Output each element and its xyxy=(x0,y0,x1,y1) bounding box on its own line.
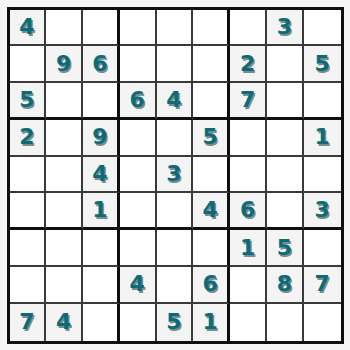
cell-r6c6: 4 xyxy=(193,193,230,230)
cell-r1c1: 4 xyxy=(10,10,47,47)
cell-r2c7: 2 xyxy=(230,46,267,83)
cell-r5c3: 4 xyxy=(83,157,120,194)
cell-r1c4[interactable] xyxy=(120,10,157,47)
cell-r3c5: 4 xyxy=(157,83,194,120)
cell-r7c8: 5 xyxy=(267,230,304,267)
cell-r5c9[interactable] xyxy=(304,157,341,194)
cell-r8c8: 8 xyxy=(267,267,304,304)
cell-r4c4[interactable] xyxy=(120,120,157,157)
cell-r5c1[interactable] xyxy=(10,157,47,194)
cell-r1c6[interactable] xyxy=(193,10,230,47)
cell-r4c6: 5 xyxy=(193,120,230,157)
cell-r8c2[interactable] xyxy=(46,267,83,304)
cell-r3c9[interactable] xyxy=(304,83,341,120)
cell-r7c1[interactable] xyxy=(10,230,47,267)
cell-r7c7: 1 xyxy=(230,230,267,267)
cell-r1c7[interactable] xyxy=(230,10,267,47)
cell-r6c7: 6 xyxy=(230,193,267,230)
cell-r3c4: 6 xyxy=(120,83,157,120)
cell-r7c4[interactable] xyxy=(120,230,157,267)
cell-r2c9: 5 xyxy=(304,46,341,83)
cell-r9c6: 1 xyxy=(193,304,230,341)
cell-r1c5[interactable] xyxy=(157,10,194,47)
cell-r1c9[interactable] xyxy=(304,10,341,47)
cell-r8c5[interactable] xyxy=(157,267,194,304)
cell-r2c8[interactable] xyxy=(267,46,304,83)
cell-r2c4[interactable] xyxy=(120,46,157,83)
cell-r6c2[interactable] xyxy=(46,193,83,230)
cell-r2c3: 6 xyxy=(83,46,120,83)
cell-r6c3: 1 xyxy=(83,193,120,230)
cell-r9c5: 5 xyxy=(157,304,194,341)
cell-r8c9: 7 xyxy=(304,267,341,304)
cell-r3c3[interactable] xyxy=(83,83,120,120)
cell-r8c4: 4 xyxy=(120,267,157,304)
cell-r7c2[interactable] xyxy=(46,230,83,267)
cell-r4c1: 2 xyxy=(10,120,47,157)
cell-r6c1[interactable] xyxy=(10,193,47,230)
cell-r7c9[interactable] xyxy=(304,230,341,267)
cell-r2c2: 9 xyxy=(46,46,83,83)
sudoku-board: 439625564729514314631546877451 xyxy=(7,7,344,344)
cell-r5c8[interactable] xyxy=(267,157,304,194)
cell-r7c3[interactable] xyxy=(83,230,120,267)
cell-r5c6[interactable] xyxy=(193,157,230,194)
cell-r9c3[interactable] xyxy=(83,304,120,341)
cell-r1c8: 3 xyxy=(267,10,304,47)
cell-r5c2[interactable] xyxy=(46,157,83,194)
cell-r4c3: 9 xyxy=(83,120,120,157)
cell-r8c7[interactable] xyxy=(230,267,267,304)
cell-r5c7[interactable] xyxy=(230,157,267,194)
cell-r6c5[interactable] xyxy=(157,193,194,230)
cell-r1c3[interactable] xyxy=(83,10,120,47)
cell-r8c6: 6 xyxy=(193,267,230,304)
cell-r6c9: 3 xyxy=(304,193,341,230)
cell-r9c7[interactable] xyxy=(230,304,267,341)
page-background: 439625564729514314631546877451 xyxy=(0,0,350,350)
cell-r9c1: 7 xyxy=(10,304,47,341)
cell-r3c1: 5 xyxy=(10,83,47,120)
cell-r4c2[interactable] xyxy=(46,120,83,157)
cell-r8c3[interactable] xyxy=(83,267,120,304)
cell-r2c6[interactable] xyxy=(193,46,230,83)
cell-r2c5[interactable] xyxy=(157,46,194,83)
cell-r7c6[interactable] xyxy=(193,230,230,267)
cell-r4c8[interactable] xyxy=(267,120,304,157)
cell-r7c5[interactable] xyxy=(157,230,194,267)
cell-r8c1[interactable] xyxy=(10,267,47,304)
cell-r4c5[interactable] xyxy=(157,120,194,157)
cell-r9c4[interactable] xyxy=(120,304,157,341)
cell-r5c4[interactable] xyxy=(120,157,157,194)
cell-r3c8[interactable] xyxy=(267,83,304,120)
cell-r9c8[interactable] xyxy=(267,304,304,341)
cell-r6c8[interactable] xyxy=(267,193,304,230)
cell-r3c6[interactable] xyxy=(193,83,230,120)
cell-r2c1[interactable] xyxy=(10,46,47,83)
cell-r5c5: 3 xyxy=(157,157,194,194)
cell-r4c9: 1 xyxy=(304,120,341,157)
cell-r3c2[interactable] xyxy=(46,83,83,120)
cell-r9c2: 4 xyxy=(46,304,83,341)
cell-r3c7: 7 xyxy=(230,83,267,120)
cell-r1c2[interactable] xyxy=(46,10,83,47)
cell-r9c9[interactable] xyxy=(304,304,341,341)
cell-r6c4[interactable] xyxy=(120,193,157,230)
cell-r4c7[interactable] xyxy=(230,120,267,157)
